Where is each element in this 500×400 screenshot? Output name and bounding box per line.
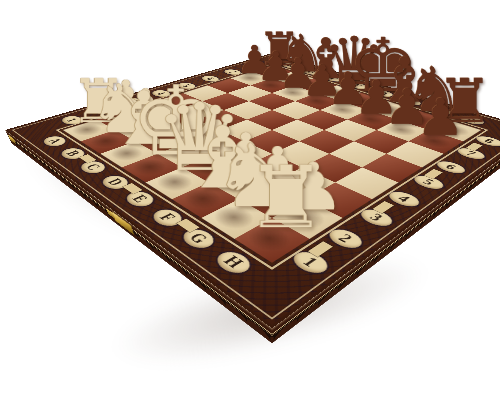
- white-rook-glyph: ♜: [246, 158, 299, 239]
- clasp-tongue: [106, 208, 115, 219]
- piece-brown-pawn-h7: ♟: [409, 130, 464, 154]
- file-label-a: A: [40, 134, 69, 148]
- file-label-h: H: [211, 248, 256, 277]
- rank-label-2: 2: [324, 226, 368, 251]
- file-label-e: E: [122, 189, 159, 209]
- rank-label-1: 1: [288, 248, 334, 277]
- rank-label-3: 3: [356, 206, 397, 229]
- piece-white-rook-h1: ♜: [235, 218, 310, 263]
- rank-label-6: 6: [433, 159, 469, 175]
- file-label-g: G: [178, 226, 220, 251]
- file-label-c: C: [77, 159, 110, 175]
- rank-label-5: 5: [410, 173, 447, 191]
- file-label-f: F: [148, 206, 187, 229]
- rank-label-8: 8: [473, 134, 500, 148]
- brown-pawn-glyph: ♟: [417, 93, 456, 141]
- file-label-b: B: [58, 146, 89, 161]
- chess-set-photo: ABCDEFGH ABCDEFGH 87654321 87654321 ♜♞♝♚…: [0, 0, 500, 400]
- rank-label-7: 7: [454, 146, 488, 161]
- rank-label-4: 4: [384, 189, 423, 209]
- file-label-d: D: [98, 173, 133, 191]
